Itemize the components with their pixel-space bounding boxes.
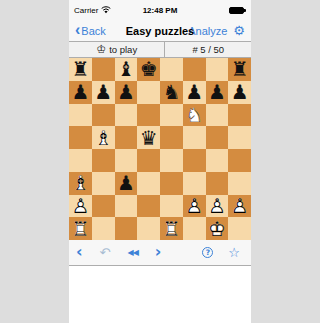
square-d7[interactable] (137, 81, 160, 104)
black-pawn: ♟ (206, 81, 229, 104)
carrier-label: Carrier (74, 6, 98, 15)
square-d2[interactable] (137, 195, 160, 218)
square-e2[interactable] (160, 195, 183, 218)
square-d4[interactable] (137, 149, 160, 172)
black-bishop: ♝ (115, 58, 138, 81)
black-queen: ♛ (137, 126, 160, 149)
app-window: Carrier 12:48 PM ‹ Back Easy puzzles Ana… (69, 0, 251, 323)
square-h3[interactable] (228, 172, 251, 195)
square-c4[interactable] (115, 149, 138, 172)
square-b6[interactable] (92, 104, 115, 127)
square-g1[interactable]: ♚♔ (206, 217, 229, 240)
page-title: Easy puzzles (126, 25, 194, 37)
square-g5[interactable] (206, 126, 229, 149)
square-d8[interactable]: ♚ (137, 58, 160, 81)
square-g8[interactable] (206, 58, 229, 81)
square-b2[interactable] (92, 195, 115, 218)
black-pawn: ♟ (69, 81, 92, 104)
square-a3[interactable]: ♝♗ (69, 172, 92, 195)
square-a2[interactable]: ♟♙ (69, 195, 92, 218)
undo-icon[interactable]: ↶ (100, 246, 111, 259)
square-f1[interactable] (183, 217, 206, 240)
hint-icon[interactable]: ? (202, 247, 213, 258)
white-rook: ♜♖ (160, 217, 183, 240)
battery-icon (229, 7, 244, 14)
square-a8[interactable]: ♜ (69, 58, 92, 81)
white-pawn: ♟♙ (206, 195, 229, 218)
square-a5[interactable] (69, 126, 92, 149)
chevron-left-icon: ‹ (75, 22, 80, 38)
square-c6[interactable] (115, 104, 138, 127)
square-d6[interactable] (137, 104, 160, 127)
square-f5[interactable] (183, 126, 206, 149)
back-button[interactable]: ‹ Back (75, 23, 106, 39)
step-back-icon[interactable]: ‹ (76, 244, 83, 260)
white-bishop: ♝♗ (69, 172, 92, 195)
square-e7[interactable]: ♞ (160, 81, 183, 104)
to-play-label: to play (109, 44, 137, 55)
white-king: ♚♔ (206, 217, 229, 240)
square-e4[interactable] (160, 149, 183, 172)
empty-area (69, 266, 251, 323)
step-forward-icon[interactable]: › (155, 244, 162, 260)
square-a7[interactable]: ♟ (69, 81, 92, 104)
black-pawn: ♟ (228, 81, 251, 104)
black-pawn: ♟ (183, 81, 206, 104)
status-bar: Carrier 12:48 PM (69, 0, 251, 20)
square-c7[interactable]: ♟ (115, 81, 138, 104)
black-knight: ♞ (160, 81, 183, 104)
nav-bar: ‹ Back Easy puzzles Analyze ⚙ (69, 20, 251, 42)
square-a6[interactable] (69, 104, 92, 127)
white-rook: ♜♖ (69, 217, 92, 240)
white-pawn: ♟♙ (228, 195, 251, 218)
square-e3[interactable] (160, 172, 183, 195)
square-h1[interactable] (228, 217, 251, 240)
square-c3[interactable]: ♟ (115, 172, 138, 195)
square-h5[interactable] (228, 126, 251, 149)
square-c2[interactable] (115, 195, 138, 218)
square-b5[interactable]: ♝♗ (92, 126, 115, 149)
white-king-icon: ♔ (96, 44, 106, 55)
square-f3[interactable] (183, 172, 206, 195)
black-rook: ♜ (69, 58, 92, 81)
square-d3[interactable] (137, 172, 160, 195)
puzzle-info-bar: ♔ to play # 5 / 50 (69, 42, 251, 58)
square-b7[interactable]: ♟ (92, 81, 115, 104)
square-g3[interactable] (206, 172, 229, 195)
square-f8[interactable] (183, 58, 206, 81)
side-to-play: ♔ to play (69, 42, 165, 57)
square-a4[interactable] (69, 149, 92, 172)
square-b1[interactable] (92, 217, 115, 240)
black-pawn: ♟ (115, 172, 138, 195)
square-e8[interactable] (160, 58, 183, 81)
square-h6[interactable] (228, 104, 251, 127)
square-e6[interactable] (160, 104, 183, 127)
black-king: ♚ (137, 58, 160, 81)
square-c5[interactable] (115, 126, 138, 149)
clock: 12:48 PM (143, 6, 178, 15)
square-c8[interactable]: ♝ (115, 58, 138, 81)
toolbar: ‹ ↶ ◀◀ › ? ☆ (69, 240, 251, 266)
puzzle-counter: # 5 / 50 (165, 42, 251, 57)
square-d5[interactable]: ♛ (137, 126, 160, 149)
wifi-icon (101, 6, 111, 14)
favorite-star-icon[interactable]: ☆ (228, 246, 240, 259)
square-h4[interactable] (228, 149, 251, 172)
black-rook: ♜ (228, 58, 251, 81)
square-g2[interactable]: ♟♙ (206, 195, 229, 218)
square-f4[interactable] (183, 149, 206, 172)
square-g4[interactable] (206, 149, 229, 172)
white-pawn: ♟♙ (69, 195, 92, 218)
chess-board: ♜♝♚♜♟♟♟♞♟♟♟♞♘♝♗♛♝♗♟♟♙♟♙♟♙♟♙♜♖♜♖♚♔ (69, 58, 251, 240)
square-e5[interactable] (160, 126, 183, 149)
black-pawn: ♟ (115, 81, 138, 104)
square-f7[interactable]: ♟ (183, 81, 206, 104)
square-f6[interactable]: ♞♘ (183, 104, 206, 127)
square-h8[interactable]: ♜ (228, 58, 251, 81)
settings-gear-icon[interactable]: ⚙ (233, 24, 245, 37)
square-b8[interactable] (92, 58, 115, 81)
square-d1[interactable] (137, 217, 160, 240)
black-pawn: ♟ (92, 81, 115, 104)
square-b4[interactable] (92, 149, 115, 172)
white-knight: ♞♘ (183, 104, 206, 127)
square-c1[interactable] (115, 217, 138, 240)
square-f2[interactable]: ♟♙ (183, 195, 206, 218)
square-h2[interactable]: ♟♙ (228, 195, 251, 218)
square-a1[interactable]: ♜♖ (69, 217, 92, 240)
square-g7[interactable]: ♟ (206, 81, 229, 104)
rewind-icon[interactable]: ◀◀ (128, 249, 138, 257)
square-b3[interactable] (92, 172, 115, 195)
square-g6[interactable] (206, 104, 229, 127)
white-pawn: ♟♙ (183, 195, 206, 218)
square-h7[interactable]: ♟ (228, 81, 251, 104)
square-e1[interactable]: ♜♖ (160, 217, 183, 240)
white-bishop: ♝♗ (92, 126, 115, 149)
back-label: Back (81, 25, 105, 37)
